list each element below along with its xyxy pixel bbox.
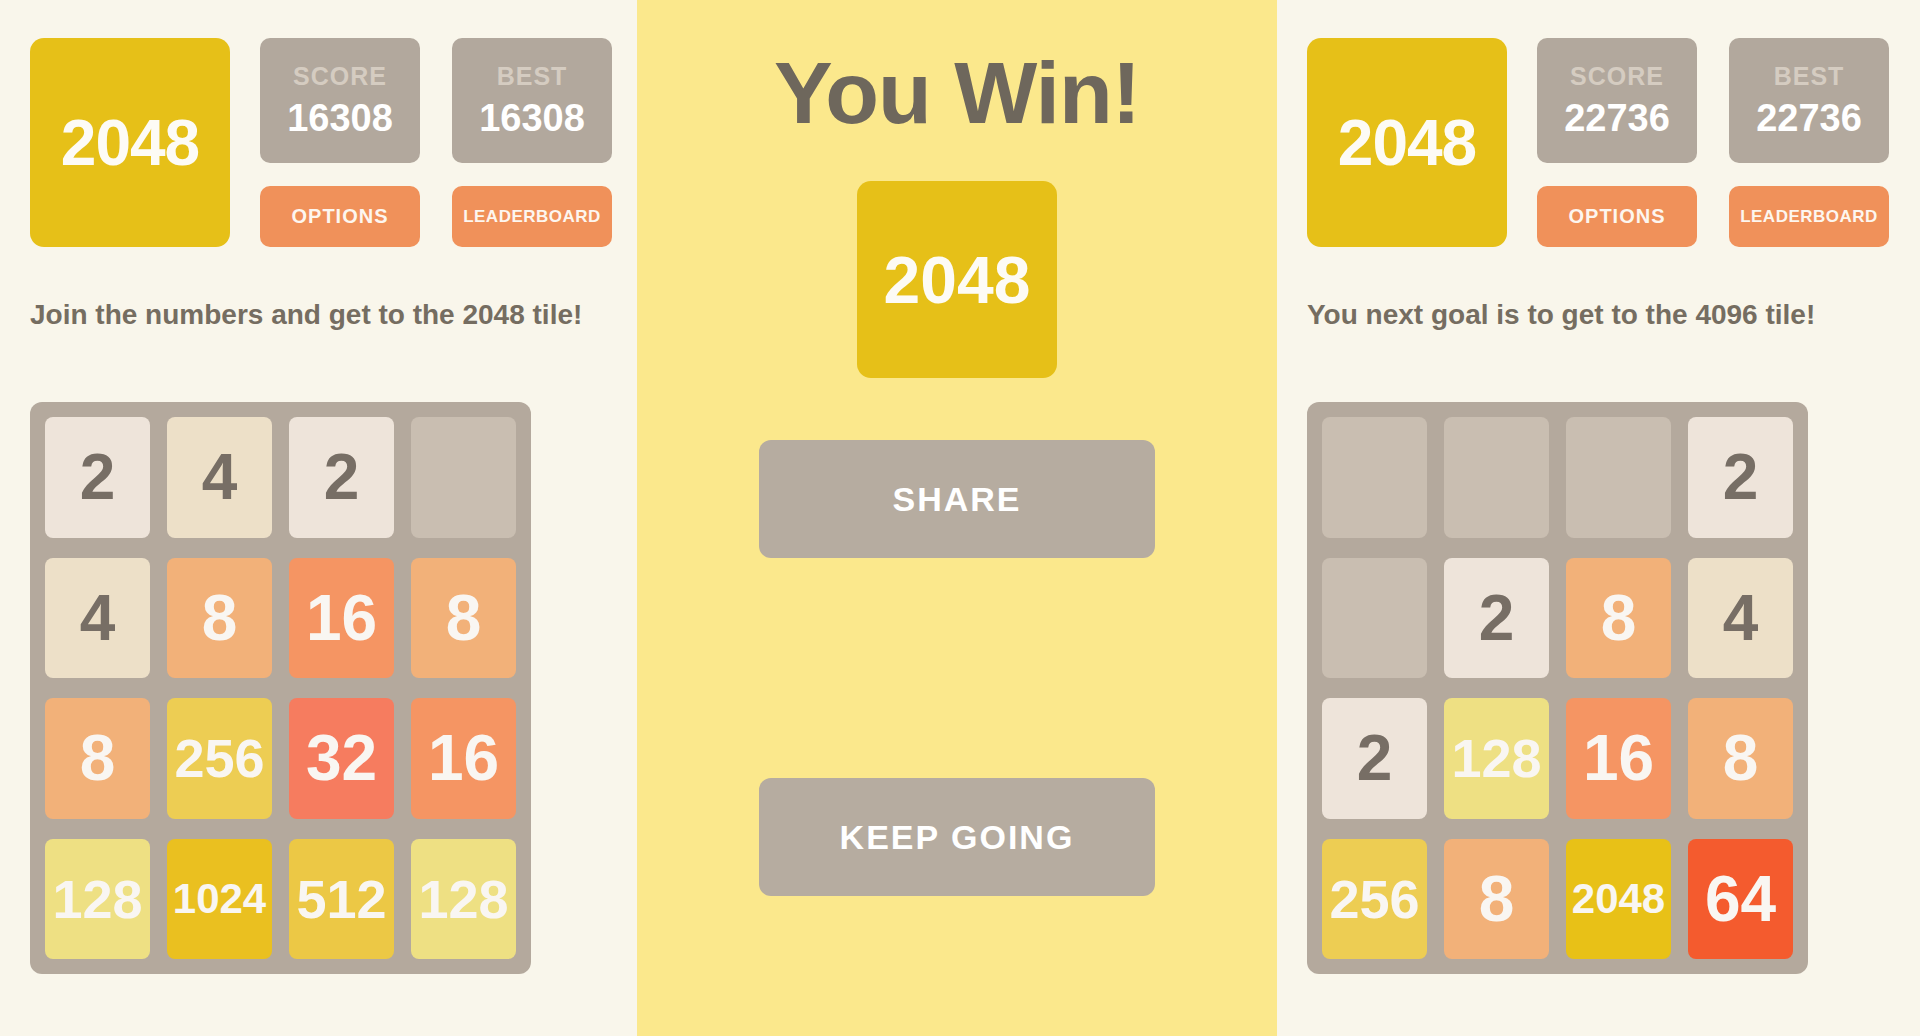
- tile-512: 512: [289, 839, 394, 960]
- empty-cell: [1566, 417, 1671, 538]
- tile-16: 16: [289, 558, 394, 679]
- tile-8: 8: [45, 698, 150, 819]
- instruction-text: You next goal is to get to the 4096 tile…: [1307, 299, 1897, 331]
- best-box: BEST 16308: [452, 38, 612, 163]
- best-value: 16308: [479, 97, 585, 140]
- leaderboard-button[interactable]: LEADERBOARD: [452, 186, 612, 247]
- app-2048: 2048 SCORE 16308 BEST 16308 OPTIONS LEAD…: [0, 0, 1920, 1036]
- empty-cell: [411, 417, 516, 538]
- tile-2: 2: [1322, 698, 1427, 819]
- tile-2: 2: [45, 417, 150, 538]
- leaderboard-button[interactable]: LEADERBOARD: [1729, 186, 1889, 247]
- tile-1024: 1024: [167, 839, 272, 960]
- tile-8: 8: [1688, 698, 1793, 819]
- tile-128: 128: [45, 839, 150, 960]
- tile-2: 2: [1444, 558, 1549, 679]
- tile-64: 64: [1688, 839, 1793, 960]
- empty-cell: [1444, 417, 1549, 538]
- board-right[interactable]: 228421281682568204864: [1307, 402, 1808, 974]
- tile-128: 128: [1444, 698, 1549, 819]
- score-box: SCORE 22736: [1537, 38, 1697, 163]
- empty-cell: [1322, 417, 1427, 538]
- options-button[interactable]: OPTIONS: [260, 186, 420, 247]
- score-value: 22736: [1564, 97, 1670, 140]
- win-tile-2048: 2048: [857, 181, 1057, 378]
- share-button[interactable]: SHARE: [759, 440, 1155, 558]
- tile-2048: 2048: [1566, 839, 1671, 960]
- options-button[interactable]: OPTIONS: [1537, 186, 1697, 247]
- best-box: BEST 22736: [1729, 38, 1889, 163]
- tile-16: 16: [1566, 698, 1671, 819]
- tile-16: 16: [411, 698, 516, 819]
- tile-256: 256: [167, 698, 272, 819]
- best-label: BEST: [1774, 62, 1845, 91]
- tile-8: 8: [411, 558, 516, 679]
- tile-8: 8: [1566, 558, 1671, 679]
- best-value: 22736: [1756, 97, 1862, 140]
- tile-128: 128: [411, 839, 516, 960]
- logo-tile: 2048: [30, 38, 230, 247]
- score-value: 16308: [287, 97, 393, 140]
- tile-4: 4: [1688, 558, 1793, 679]
- tile-2: 2: [289, 417, 394, 538]
- left-game-panel: 2048 SCORE 16308 BEST 16308 OPTIONS LEAD…: [0, 0, 637, 1036]
- empty-cell: [1322, 558, 1427, 679]
- right-game-panel: 2048 SCORE 22736 BEST 22736 OPTIONS LEAD…: [1277, 0, 1920, 1036]
- score-label: SCORE: [1570, 62, 1664, 91]
- keep-going-button[interactable]: KEEP GOING: [759, 778, 1155, 896]
- tile-4: 4: [167, 417, 272, 538]
- tile-8: 8: [167, 558, 272, 679]
- tile-256: 256: [1322, 839, 1427, 960]
- tile-2: 2: [1688, 417, 1793, 538]
- score-label: SCORE: [293, 62, 387, 91]
- tile-8: 8: [1444, 839, 1549, 960]
- logo-tile: 2048: [1307, 38, 1507, 247]
- score-box: SCORE 16308: [260, 38, 420, 163]
- tile-4: 4: [45, 558, 150, 679]
- board-left[interactable]: 24248168825632161281024512128: [30, 402, 531, 974]
- win-overlay-panel: You Win! 2048 SHARE KEEP GOING: [637, 0, 1277, 1036]
- instruction-text: Join the numbers and get to the 2048 til…: [30, 299, 620, 331]
- win-title: You Win!: [637, 42, 1277, 144]
- tile-32: 32: [289, 698, 394, 819]
- best-label: BEST: [497, 62, 568, 91]
